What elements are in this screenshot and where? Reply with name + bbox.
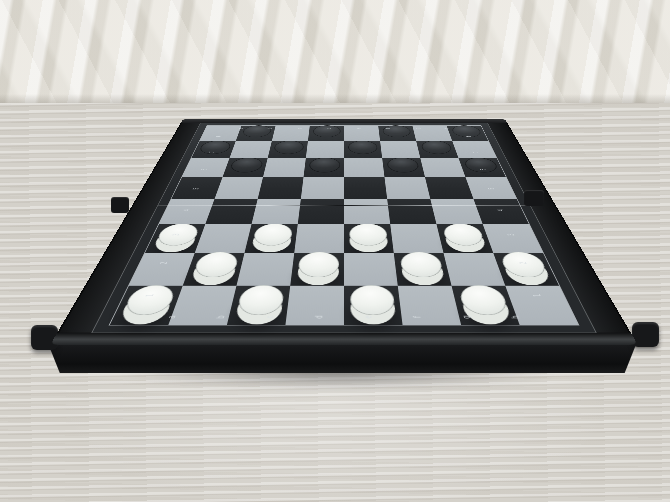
piece-white-c3[interactable]: ⛀ — [252, 224, 293, 246]
square-c7[interactable]: ⛂ — [268, 141, 308, 158]
piece-white-c1[interactable]: ⛀ — [235, 285, 284, 315]
square-b2[interactable]: ⛀ — [183, 253, 245, 286]
square-f1[interactable] — [398, 286, 461, 325]
square-f4[interactable] — [387, 199, 436, 224]
square-c8[interactable] — [272, 126, 310, 141]
square-f6[interactable]: ⛂ — [382, 158, 425, 177]
square-h4[interactable] — [474, 199, 529, 224]
piece-white-g1[interactable]: ⛀ — [457, 285, 510, 315]
square-f2[interactable]: ⛀ — [394, 253, 452, 286]
square-b8[interactable]: ⛂ — [236, 126, 276, 141]
piece-black-b8[interactable]: ⛂ — [241, 125, 272, 137]
square-e8[interactable] — [344, 126, 380, 141]
piece-black-f6[interactable]: ⛂ — [386, 158, 419, 173]
piece-white-d2[interactable]: ⛀ — [297, 252, 339, 277]
piece-black-a7[interactable]: ⛂ — [197, 141, 232, 154]
square-f3[interactable] — [390, 224, 443, 253]
square-d2[interactable]: ⛀ — [290, 253, 344, 286]
square-h6[interactable]: ⛂ — [458, 158, 506, 177]
piece-white-e1[interactable]: ⛀ — [350, 285, 396, 315]
square-b4[interactable] — [205, 199, 257, 224]
square-b6[interactable]: ⛂ — [222, 158, 267, 177]
hinge-right — [524, 190, 544, 206]
piece-black-e7[interactable]: ⛂ — [348, 141, 378, 154]
square-h3[interactable] — [483, 224, 543, 253]
square-d7[interactable] — [306, 141, 344, 158]
piece-black-g7[interactable]: ⛂ — [420, 141, 453, 154]
square-b5[interactable] — [214, 177, 262, 199]
piece-black-c7[interactable]: ⛂ — [273, 141, 304, 154]
square-d1[interactable] — [285, 286, 344, 325]
piece-black-d6[interactable]: ⛂ — [308, 158, 340, 173]
square-h2[interactable]: ⛀ — [493, 253, 559, 286]
piece-white-a1[interactable]: ⛀ — [121, 285, 177, 315]
square-e4[interactable] — [344, 199, 390, 224]
square-c1[interactable]: ⛀ — [227, 286, 290, 325]
square-c4[interactable] — [252, 199, 301, 224]
square-g7[interactable]: ⛂ — [416, 141, 458, 158]
square-f5[interactable] — [385, 177, 431, 199]
square-d4[interactable] — [298, 199, 344, 224]
piece-white-a3[interactable]: ⛀ — [154, 224, 201, 246]
hinge-left — [111, 197, 129, 213]
square-g8[interactable] — [412, 126, 452, 141]
piece-black-b6[interactable]: ⛂ — [228, 158, 263, 173]
square-c3[interactable]: ⛀ — [245, 224, 298, 253]
square-d6[interactable]: ⛂ — [303, 158, 344, 177]
square-c5[interactable] — [258, 177, 304, 199]
square-c2[interactable] — [236, 253, 294, 286]
square-e6[interactable] — [344, 158, 385, 177]
square-e1[interactable]: ⛀ — [344, 286, 403, 325]
piece-white-f2[interactable]: ⛀ — [399, 252, 444, 277]
piece-black-h8[interactable]: ⛂ — [450, 125, 482, 137]
piece-white-g3[interactable]: ⛀ — [441, 224, 485, 246]
fold-seam — [158, 205, 530, 206]
square-f7[interactable] — [380, 141, 420, 158]
square-d5[interactable] — [301, 177, 344, 199]
square-h5[interactable] — [466, 177, 517, 199]
square-b7[interactable] — [230, 141, 272, 158]
square-e3[interactable]: ⛀ — [344, 224, 394, 253]
square-e2[interactable] — [344, 253, 398, 286]
square-b3[interactable] — [195, 224, 252, 253]
square-h7[interactable] — [452, 141, 496, 158]
square-e7[interactable]: ⛂ — [344, 141, 382, 158]
piece-white-e3[interactable]: ⛀ — [349, 224, 388, 246]
piece-white-h2[interactable]: ⛀ — [498, 252, 549, 277]
piece-black-f8[interactable]: ⛂ — [382, 125, 412, 137]
square-d8[interactable]: ⛂ — [308, 126, 344, 141]
piece-black-d8[interactable]: ⛂ — [312, 125, 340, 137]
square-d3[interactable] — [294, 224, 344, 253]
square-e5[interactable] — [344, 177, 387, 199]
square-c6[interactable] — [263, 158, 306, 177]
piece-white-b2[interactable]: ⛀ — [191, 252, 239, 277]
square-a8[interactable] — [200, 126, 242, 141]
square-h8[interactable]: ⛂ — [447, 126, 489, 141]
scene: ⛂⛂⛂⛂⛂⛂⛂⛂⛂⛂⛂⛂⛀⛀⛀⛀⛀⛀⛀⛀⛀⛀⛀⛀ abcdefgh abcdef… — [0, 0, 670, 502]
piece-black-h6[interactable]: ⛂ — [462, 158, 499, 173]
wallpaper-background — [0, 0, 670, 103]
square-f8[interactable]: ⛂ — [378, 126, 416, 141]
